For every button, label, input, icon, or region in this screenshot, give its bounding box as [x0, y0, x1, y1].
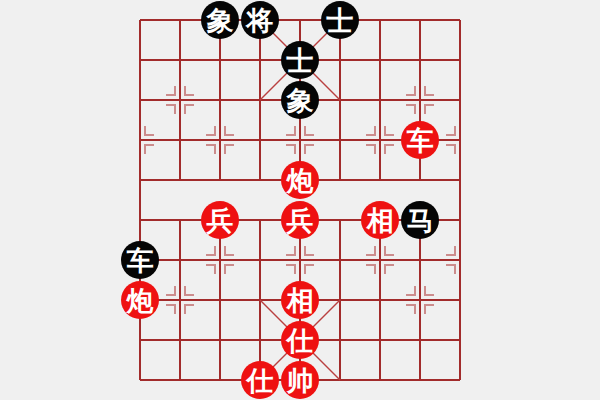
point-marker	[406, 105, 415, 114]
point-marker	[185, 86, 194, 95]
point-marker	[406, 305, 415, 314]
piece-red-elephant[interactable]: 相	[361, 201, 399, 239]
point-marker	[406, 86, 415, 95]
point-marker	[425, 105, 434, 114]
point-marker	[185, 286, 194, 295]
point-marker	[166, 86, 175, 95]
point-marker	[286, 246, 295, 255]
piece-black-advisor[interactable]: 士	[281, 41, 319, 79]
point-marker	[425, 286, 434, 295]
piece-black-elephant[interactable]: 象	[201, 1, 239, 39]
point-marker	[366, 265, 375, 274]
point-marker	[385, 126, 394, 135]
point-marker	[225, 126, 234, 135]
point-marker	[305, 126, 314, 135]
piece-black-horse[interactable]: 马	[401, 201, 439, 239]
point-marker	[446, 246, 455, 255]
point-marker	[446, 126, 455, 135]
point-marker	[206, 246, 215, 255]
point-marker	[425, 86, 434, 95]
point-marker	[286, 145, 295, 154]
point-marker	[185, 105, 194, 114]
piece-black-elephant[interactable]: 象	[281, 81, 319, 119]
point-marker	[385, 145, 394, 154]
point-marker	[185, 305, 194, 314]
point-marker	[406, 286, 415, 295]
point-marker	[446, 265, 455, 274]
point-marker	[305, 145, 314, 154]
point-marker	[206, 126, 215, 135]
point-marker	[286, 265, 295, 274]
piece-red-chariot[interactable]: 车	[401, 121, 439, 159]
point-marker	[366, 246, 375, 255]
piece-red-elephant[interactable]: 相	[281, 281, 319, 319]
point-marker	[385, 246, 394, 255]
point-marker	[145, 145, 154, 154]
app-background: 象将士士象车炮兵兵相马车炮相仕仕帅	[0, 0, 600, 400]
piece-black-advisor[interactable]: 士	[321, 1, 359, 39]
point-marker	[145, 126, 154, 135]
piece-black-chariot[interactable]: 车	[121, 241, 159, 279]
point-marker	[366, 145, 375, 154]
piece-black-general[interactable]: 将	[241, 1, 279, 39]
point-marker	[366, 126, 375, 135]
point-marker	[446, 145, 455, 154]
point-marker	[225, 246, 234, 255]
point-marker	[305, 265, 314, 274]
point-marker	[305, 246, 314, 255]
piece-red-pawn[interactable]: 兵	[281, 201, 319, 239]
point-marker	[206, 265, 215, 274]
point-marker	[166, 105, 175, 114]
piece-red-advisor[interactable]: 仕	[281, 321, 319, 359]
point-marker	[225, 265, 234, 274]
point-marker	[385, 265, 394, 274]
point-marker	[225, 145, 234, 154]
piece-red-marshal[interactable]: 帅	[281, 361, 319, 399]
point-marker	[166, 305, 175, 314]
piece-red-advisor[interactable]: 仕	[241, 361, 279, 399]
piece-red-pawn[interactable]: 兵	[201, 201, 239, 239]
point-marker	[286, 126, 295, 135]
piece-red-cannon[interactable]: 炮	[281, 161, 319, 199]
point-marker	[206, 145, 215, 154]
piece-red-cannon[interactable]: 炮	[121, 281, 159, 319]
point-marker	[425, 305, 434, 314]
point-marker	[166, 286, 175, 295]
